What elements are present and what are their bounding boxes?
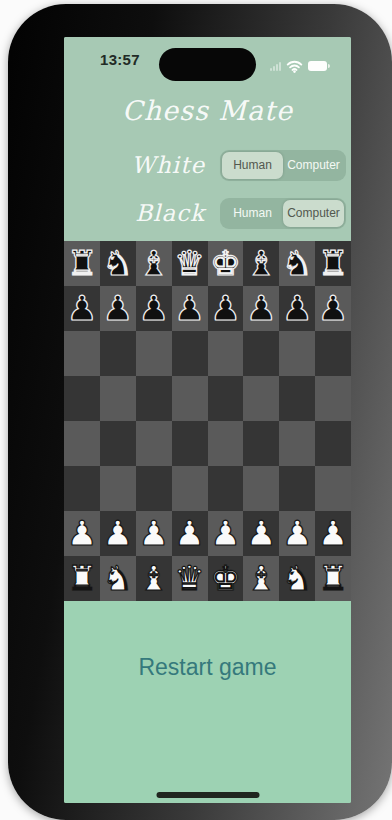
white-computer-segment[interactable]: Computer [283, 152, 344, 179]
square-h7[interactable]: ♟ [315, 286, 351, 331]
screenshot-stage: 13:57 Chess Mate White Hu [0, 0, 392, 820]
white-rook[interactable]: ♜ [67, 556, 97, 601]
square-b2[interactable]: ♟ [100, 511, 136, 556]
square-f6[interactable] [243, 331, 279, 376]
square-d1[interactable]: ♛ [172, 556, 208, 601]
status-icons [270, 59, 327, 73]
square-c4[interactable] [136, 421, 172, 466]
square-g3[interactable] [279, 466, 315, 511]
square-e8[interactable]: ♚ [208, 241, 244, 286]
square-h3[interactable] [315, 466, 351, 511]
black-knight[interactable]: ♞ [103, 241, 133, 286]
white-knight[interactable]: ♞ [103, 556, 133, 601]
black-player-segmented-control: Human Computer [220, 198, 346, 229]
app-screen: 13:57 Chess Mate White Hu [64, 37, 351, 803]
battery-icon [308, 61, 327, 71]
square-b7[interactable]: ♟ [100, 286, 136, 331]
square-g5[interactable] [279, 376, 315, 421]
black-pawn[interactable]: ♟ [246, 286, 276, 331]
square-h1[interactable]: ♜ [315, 556, 351, 601]
black-pawn[interactable]: ♟ [318, 286, 348, 331]
square-f3[interactable] [243, 466, 279, 511]
square-c3[interactable] [136, 466, 172, 511]
white-pawn[interactable]: ♟ [103, 511, 133, 556]
chess-board[interactable]: ♜♞♝♛♚♝♞♜♟♟♟♟♟♟♟♟♟♟♟♟♟♟♟♟♜♞♝♛♚♝♞♜ [64, 241, 351, 601]
white-pawn[interactable]: ♟ [67, 511, 97, 556]
square-f2[interactable]: ♟ [243, 511, 279, 556]
square-b4[interactable] [100, 421, 136, 466]
square-g6[interactable] [279, 331, 315, 376]
square-e6[interactable] [208, 331, 244, 376]
footer-section: Restart game [64, 601, 351, 803]
white-king[interactable]: ♚ [210, 556, 240, 601]
square-e5[interactable] [208, 376, 244, 421]
white-queen[interactable]: ♛ [174, 556, 204, 601]
wifi-icon [286, 60, 303, 73]
black-rook[interactable]: ♜ [67, 241, 97, 286]
black-king[interactable]: ♚ [210, 241, 240, 286]
square-g4[interactable] [279, 421, 315, 466]
square-c5[interactable] [136, 376, 172, 421]
black-human-segment[interactable]: Human [222, 200, 283, 227]
square-b3[interactable] [100, 466, 136, 511]
black-label: Black [64, 200, 205, 226]
square-c8[interactable]: ♝ [136, 241, 172, 286]
square-c2[interactable]: ♟ [136, 511, 172, 556]
square-d3[interactable] [172, 466, 208, 511]
square-h8[interactable]: ♜ [315, 241, 351, 286]
square-e7[interactable]: ♟ [208, 286, 244, 331]
app-title: Chess Mate [64, 95, 351, 126]
signal-bars-icon [270, 62, 281, 71]
square-d6[interactable] [172, 331, 208, 376]
status-time: 13:57 [100, 51, 140, 68]
square-e3[interactable] [208, 466, 244, 511]
square-a2[interactable]: ♟ [64, 511, 100, 556]
square-g7[interactable]: ♟ [279, 286, 315, 331]
white-label: White [64, 152, 205, 178]
black-pawn[interactable]: ♟ [174, 286, 204, 331]
black-player-row: Black Human Computer [64, 196, 351, 230]
square-b8[interactable]: ♞ [100, 241, 136, 286]
square-c7[interactable]: ♟ [136, 286, 172, 331]
black-knight[interactable]: ♞ [282, 241, 312, 286]
square-f4[interactable] [243, 421, 279, 466]
black-pawn[interactable]: ♟ [282, 286, 312, 331]
dynamic-island [159, 48, 256, 81]
black-pawn[interactable]: ♟ [67, 286, 97, 331]
white-knight[interactable]: ♞ [282, 556, 312, 601]
black-pawn[interactable]: ♟ [103, 286, 133, 331]
square-d5[interactable] [172, 376, 208, 421]
square-d8[interactable]: ♛ [172, 241, 208, 286]
white-bishop[interactable]: ♝ [246, 556, 276, 601]
home-indicator[interactable] [156, 792, 259, 798]
black-pawn[interactable]: ♟ [138, 286, 168, 331]
square-h4[interactable] [315, 421, 351, 466]
square-h2[interactable]: ♟ [315, 511, 351, 556]
square-b1[interactable]: ♞ [100, 556, 136, 601]
white-pawn[interactable]: ♟ [282, 511, 312, 556]
white-bishop[interactable]: ♝ [138, 556, 168, 601]
square-d7[interactable]: ♟ [172, 286, 208, 331]
square-a1[interactable]: ♜ [64, 556, 100, 601]
white-human-segment[interactable]: Human [222, 152, 283, 179]
white-pawn[interactable]: ♟ [174, 511, 204, 556]
square-e2[interactable]: ♟ [208, 511, 244, 556]
square-a8[interactable]: ♜ [64, 241, 100, 286]
square-f1[interactable]: ♝ [243, 556, 279, 601]
white-player-row: White Human Computer [64, 148, 351, 182]
square-g2[interactable]: ♟ [279, 511, 315, 556]
square-f8[interactable]: ♝ [243, 241, 279, 286]
white-pawn[interactable]: ♟ [246, 511, 276, 556]
square-e4[interactable] [208, 421, 244, 466]
white-pawn[interactable]: ♟ [210, 511, 240, 556]
black-bishop[interactable]: ♝ [138, 241, 168, 286]
square-f5[interactable] [243, 376, 279, 421]
square-a6[interactable] [64, 331, 100, 376]
square-b6[interactable] [100, 331, 136, 376]
white-rook[interactable]: ♜ [318, 556, 348, 601]
square-g8[interactable]: ♞ [279, 241, 315, 286]
square-h5[interactable] [315, 376, 351, 421]
square-a7[interactable]: ♟ [64, 286, 100, 331]
restart-game-button[interactable]: Restart game [132, 653, 282, 682]
phone-frame: 13:57 Chess Mate White Hu [8, 4, 392, 820]
square-h6[interactable] [315, 331, 351, 376]
square-d4[interactable] [172, 421, 208, 466]
header-section: 13:57 Chess Mate White Hu [64, 37, 351, 241]
square-c1[interactable]: ♝ [136, 556, 172, 601]
square-e1[interactable]: ♚ [208, 556, 244, 601]
square-a5[interactable] [64, 376, 100, 421]
white-player-segmented-control: Human Computer [220, 150, 346, 181]
square-d2[interactable]: ♟ [172, 511, 208, 556]
square-f7[interactable]: ♟ [243, 286, 279, 331]
black-queen[interactable]: ♛ [174, 241, 204, 286]
black-rook[interactable]: ♜ [318, 241, 348, 286]
black-computer-segment[interactable]: Computer [283, 200, 344, 227]
white-pawn[interactable]: ♟ [138, 511, 168, 556]
square-g1[interactable]: ♞ [279, 556, 315, 601]
square-a3[interactable] [64, 466, 100, 511]
square-b5[interactable] [100, 376, 136, 421]
square-a4[interactable] [64, 421, 100, 466]
black-pawn[interactable]: ♟ [210, 286, 240, 331]
white-pawn[interactable]: ♟ [318, 511, 348, 556]
square-c6[interactable] [136, 331, 172, 376]
black-bishop[interactable]: ♝ [246, 241, 276, 286]
